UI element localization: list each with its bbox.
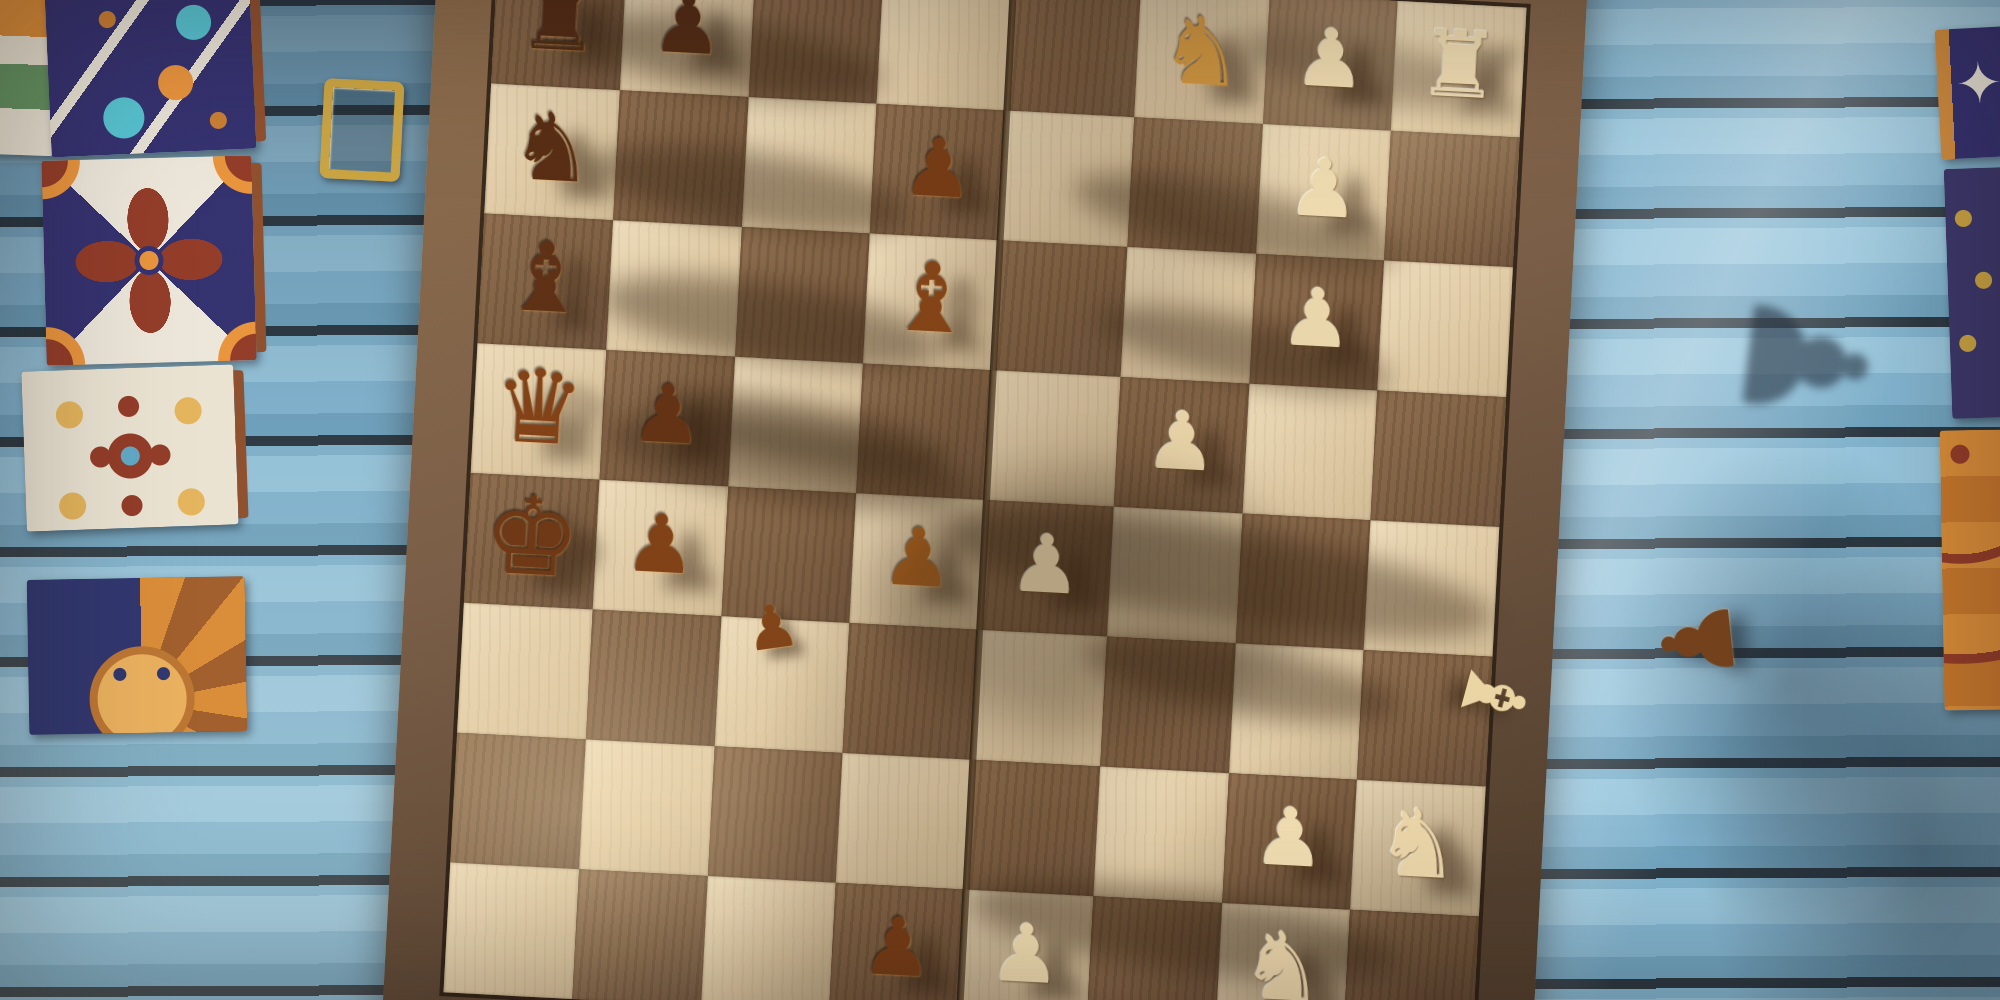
square-c1[interactable]	[1378, 261, 1513, 398]
pawn-shadow-on-table: ♟	[1684, 248, 1917, 472]
square-c2[interactable]: ♟	[1249, 254, 1384, 391]
square-f7[interactable]	[586, 610, 721, 747]
black-pawn-d7[interactable]: ♟	[629, 373, 705, 457]
black-pawn-b5[interactable]: ♟	[900, 127, 976, 211]
square-d1[interactable]	[1371, 390, 1506, 527]
square-a2[interactable]: ♟	[1263, 0, 1398, 131]
black-pawn-a7[interactable]: ♟	[650, 0, 726, 67]
square-g6[interactable]	[707, 746, 842, 883]
square-a1[interactable]: ♜	[1391, 1, 1526, 138]
black-king-e8[interactable]: ♚	[481, 481, 583, 594]
white-rook-a1[interactable]: ♜	[1415, 17, 1502, 113]
black-pawn-h5[interactable]: ♟	[859, 906, 935, 990]
square-e7[interactable]: ♟	[592, 480, 727, 617]
board-brass-latch	[319, 78, 404, 182]
tile-quatrefoil	[41, 155, 256, 365]
square-d8[interactable]: ♛	[471, 343, 606, 480]
square-c8[interactable]: ♝	[478, 213, 613, 350]
tile-orange-dots	[1940, 429, 2000, 710]
square-c3[interactable]	[1120, 247, 1255, 384]
square-a8[interactable]: ♜	[491, 0, 626, 90]
square-b5[interactable]: ♟	[870, 104, 1005, 241]
square-a4[interactable]	[1005, 0, 1140, 117]
black-queen-d8[interactable]: ♛	[490, 354, 587, 461]
square-e8[interactable]: ♚	[464, 473, 599, 610]
white-pawn-a2[interactable]: ♟	[1293, 17, 1369, 101]
white-pawn-b2[interactable]: ♟	[1286, 147, 1362, 231]
black-knight-sunlit-amber-a3[interactable]: ♞	[1157, 3, 1246, 101]
square-b3[interactable]	[1127, 117, 1262, 254]
tile-navy-diagonal-flower	[44, 0, 256, 157]
square-c4[interactable]	[992, 240, 1127, 377]
square-a7[interactable]: ♟	[620, 0, 755, 97]
square-h5[interactable]: ♟	[829, 883, 964, 1000]
white-knight-g1[interactable]: ♞	[1374, 795, 1463, 893]
square-g7[interactable]	[579, 739, 714, 876]
square-h1[interactable]	[1344, 910, 1479, 1000]
square-a3[interactable]: ♞	[1134, 0, 1269, 124]
black-bishop-c8[interactable]: ♝	[500, 228, 591, 328]
square-d2[interactable]	[1242, 384, 1377, 521]
dark-piece-held-in-hand[interactable]: ♟	[740, 589, 803, 666]
square-b7[interactable]	[613, 90, 748, 227]
white-pawn-d3[interactable]: ♟	[1144, 400, 1220, 484]
square-c6[interactable]	[735, 227, 870, 364]
square-b8[interactable]: ♞	[484, 84, 619, 221]
square-h3[interactable]	[1086, 896, 1221, 1000]
square-h2[interactable]: ♞	[1215, 903, 1350, 1000]
star-icon: ✦	[1954, 54, 2000, 112]
square-g2[interactable]: ♟	[1222, 773, 1357, 910]
square-g3[interactable]	[1093, 766, 1228, 903]
white-pawn-c2[interactable]: ♟	[1279, 277, 1355, 361]
black-knight-b8[interactable]: ♞	[508, 99, 597, 197]
white-knight-h2[interactable]: ♞	[1238, 918, 1327, 1000]
square-g5[interactable]	[836, 753, 971, 890]
square-d6[interactable]	[728, 357, 863, 494]
square-b2[interactable]: ♟	[1256, 124, 1391, 261]
fist-shadow	[880, 470, 1300, 730]
captured-dark-pawn-toppled[interactable]: ♟	[1638, 592, 1758, 689]
square-d7[interactable]: ♟	[599, 350, 734, 487]
square-a5[interactable]	[877, 0, 1012, 111]
tile-sun-face	[27, 576, 248, 735]
black-bishop-c5[interactable]: ♝	[886, 248, 977, 348]
square-c7[interactable]	[606, 220, 741, 357]
white-pawn-h4[interactable]: ♟	[988, 913, 1064, 997]
tile-navy-star: ✦	[1935, 26, 2000, 159]
tile-damask	[21, 364, 238, 531]
square-e1[interactable]	[1364, 520, 1499, 657]
square-a6[interactable]	[748, 0, 883, 104]
black-pawn-e7[interactable]: ♟	[622, 503, 698, 587]
square-c5[interactable]: ♝	[863, 234, 998, 371]
black-rook-a8[interactable]: ♜	[515, 0, 602, 66]
square-h8[interactable]	[443, 863, 578, 1000]
square-b4[interactable]	[999, 111, 1134, 248]
square-b6[interactable]	[741, 97, 876, 234]
square-h6[interactable]	[701, 876, 836, 1000]
square-b1[interactable]	[1384, 131, 1519, 268]
square-g4[interactable]	[965, 760, 1100, 897]
white-pawn-g2[interactable]: ♟	[1252, 796, 1328, 880]
square-h7[interactable]	[572, 869, 707, 1000]
square-d5[interactable]	[856, 363, 991, 500]
square-g1[interactable]: ♞	[1350, 780, 1485, 917]
square-g8[interactable]	[450, 733, 585, 870]
square-h4[interactable]: ♟	[958, 889, 1093, 1000]
tile-navy-pattern	[1944, 167, 2000, 419]
square-f8[interactable]	[457, 603, 592, 740]
